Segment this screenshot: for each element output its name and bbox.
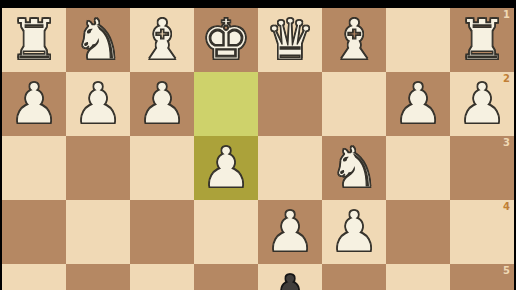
black-pawn-piece[interactable]: ♟ xyxy=(258,264,322,290)
square-h1[interactable]: ♜ xyxy=(2,8,66,72)
chess-board[interactable]: ♜♞♝♚♛♝♜1♟♟♟♟♟2♟♞3♟♟4♟5 xyxy=(2,8,514,290)
white-rook-piece[interactable]: ♜ xyxy=(2,8,66,72)
square-e2[interactable] xyxy=(194,72,258,136)
white-king-piece[interactable]: ♚ xyxy=(194,8,258,72)
white-queen-piece[interactable]: ♛ xyxy=(258,8,322,72)
square-c3[interactable]: ♞ xyxy=(322,136,386,200)
square-g5[interactable] xyxy=(66,264,130,290)
white-pawn-piece[interactable]: ♟ xyxy=(386,72,450,136)
square-e3[interactable]: ♟ xyxy=(194,136,258,200)
chess-app-screen: ♜♞♝♚♛♝♜1♟♟♟♟♟2♟♞3♟♟4♟5 xyxy=(0,0,516,290)
top-black-bar xyxy=(0,0,516,8)
square-d5[interactable]: ♟ xyxy=(258,264,322,290)
white-knight-piece[interactable]: ♞ xyxy=(322,136,386,200)
square-h4[interactable] xyxy=(2,200,66,264)
square-a5[interactable]: 5 xyxy=(450,264,514,290)
square-g2[interactable]: ♟ xyxy=(66,72,130,136)
square-d1[interactable]: ♛ xyxy=(258,8,322,72)
square-b5[interactable] xyxy=(386,264,450,290)
square-b1[interactable] xyxy=(386,8,450,72)
rank-coordinate-3: 3 xyxy=(503,138,510,148)
square-a4[interactable]: 4 xyxy=(450,200,514,264)
square-f2[interactable]: ♟ xyxy=(130,72,194,136)
square-f3[interactable] xyxy=(130,136,194,200)
white-bishop-piece[interactable]: ♝ xyxy=(130,8,194,72)
square-a3[interactable]: 3 xyxy=(450,136,514,200)
rank-coordinate-4: 4 xyxy=(503,202,510,212)
square-f5[interactable] xyxy=(130,264,194,290)
square-a2[interactable]: ♟2 xyxy=(450,72,514,136)
rank-coordinate-1: 1 xyxy=(503,10,510,20)
white-pawn-piece[interactable]: ♟ xyxy=(66,72,130,136)
square-e4[interactable] xyxy=(194,200,258,264)
square-f4[interactable] xyxy=(130,200,194,264)
square-f1[interactable]: ♝ xyxy=(130,8,194,72)
white-knight-piece[interactable]: ♞ xyxy=(66,8,130,72)
square-h3[interactable] xyxy=(2,136,66,200)
square-g3[interactable] xyxy=(66,136,130,200)
square-g4[interactable] xyxy=(66,200,130,264)
square-h5[interactable] xyxy=(2,264,66,290)
white-pawn-piece[interactable]: ♟ xyxy=(130,72,194,136)
square-g1[interactable]: ♞ xyxy=(66,8,130,72)
square-c4[interactable]: ♟ xyxy=(322,200,386,264)
white-bishop-piece[interactable]: ♝ xyxy=(322,8,386,72)
square-b2[interactable]: ♟ xyxy=(386,72,450,136)
white-pawn-piece[interactable]: ♟ xyxy=(258,200,322,264)
square-e5[interactable] xyxy=(194,264,258,290)
square-e1[interactable]: ♚ xyxy=(194,8,258,72)
white-pawn-piece[interactable]: ♟ xyxy=(194,136,258,200)
square-b4[interactable] xyxy=(386,200,450,264)
white-pawn-piece[interactable]: ♟ xyxy=(322,200,386,264)
rank-coordinate-2: 2 xyxy=(503,74,510,84)
white-pawn-piece[interactable]: ♟ xyxy=(2,72,66,136)
square-c5[interactable] xyxy=(322,264,386,290)
square-c2[interactable] xyxy=(322,72,386,136)
rank-coordinate-5: 5 xyxy=(503,266,510,276)
square-d3[interactable] xyxy=(258,136,322,200)
square-c1[interactable]: ♝ xyxy=(322,8,386,72)
square-b3[interactable] xyxy=(386,136,450,200)
square-a1[interactable]: ♜1 xyxy=(450,8,514,72)
square-d4[interactable]: ♟ xyxy=(258,200,322,264)
square-h2[interactable]: ♟ xyxy=(2,72,66,136)
square-d2[interactable] xyxy=(258,72,322,136)
